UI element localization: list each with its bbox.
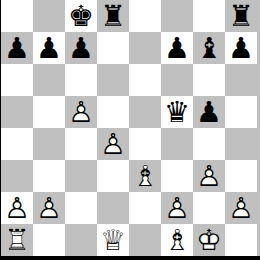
white-bishop[interactable]: ♗ bbox=[161, 224, 193, 256]
square-b1[interactable] bbox=[33, 224, 65, 256]
square-e7[interactable] bbox=[129, 32, 161, 64]
square-e4[interactable] bbox=[129, 128, 161, 160]
square-h3[interactable] bbox=[225, 160, 257, 192]
square-d8[interactable]: ♜ bbox=[97, 0, 129, 32]
square-d2[interactable] bbox=[97, 192, 129, 224]
white-queen-fill: ♛ bbox=[97, 224, 129, 256]
square-a5[interactable] bbox=[1, 96, 33, 128]
white-pawn-fill: ♟ bbox=[97, 128, 129, 160]
square-a2[interactable]: ♟♙ bbox=[1, 192, 33, 224]
square-d6[interactable] bbox=[97, 64, 129, 96]
white-pawn[interactable]: ♙ bbox=[161, 192, 193, 224]
square-h2[interactable]: ♟♙ bbox=[225, 192, 257, 224]
square-f1[interactable]: ♝♗ bbox=[161, 224, 193, 256]
white-pawn[interactable]: ♙ bbox=[33, 192, 65, 224]
square-f2[interactable]: ♟♙ bbox=[161, 192, 193, 224]
square-a7[interactable]: ♟ bbox=[1, 32, 33, 64]
black-queen[interactable]: ♛ bbox=[161, 96, 193, 128]
black-pawn[interactable]: ♟ bbox=[161, 32, 193, 64]
white-bishop[interactable]: ♗ bbox=[129, 160, 161, 192]
square-a4[interactable] bbox=[1, 128, 33, 160]
square-h4[interactable] bbox=[225, 128, 257, 160]
white-pawn-fill: ♟ bbox=[33, 192, 65, 224]
square-g3[interactable]: ♟♙ bbox=[193, 160, 225, 192]
square-g6[interactable] bbox=[193, 64, 225, 96]
square-a6[interactable] bbox=[1, 64, 33, 96]
square-f5[interactable]: ♛ bbox=[161, 96, 193, 128]
square-g4[interactable] bbox=[193, 128, 225, 160]
square-c8[interactable]: ♚ bbox=[65, 0, 97, 32]
chess-board: ♚♜♜♟♟♟♟♝♟♟♙♛♟♟♙♝♗♟♙♟♙♟♙♟♙♟♙♜♖♛♕♝♗♚♔ bbox=[1, 0, 257, 256]
square-b2[interactable]: ♟♙ bbox=[33, 192, 65, 224]
square-e8[interactable] bbox=[129, 0, 161, 32]
white-queen[interactable]: ♕ bbox=[97, 224, 129, 256]
white-pawn[interactable]: ♙ bbox=[193, 160, 225, 192]
square-h8[interactable]: ♜ bbox=[225, 0, 257, 32]
black-rook[interactable]: ♜ bbox=[97, 0, 129, 32]
square-c2[interactable] bbox=[65, 192, 97, 224]
white-pawn-fill: ♟ bbox=[193, 160, 225, 192]
black-king[interactable]: ♚ bbox=[65, 0, 97, 32]
white-bishop-fill: ♝ bbox=[129, 160, 161, 192]
square-d1[interactable]: ♛♕ bbox=[97, 224, 129, 256]
white-king-fill: ♚ bbox=[193, 224, 225, 256]
square-e3[interactable]: ♝♗ bbox=[129, 160, 161, 192]
square-c3[interactable] bbox=[65, 160, 97, 192]
square-c7[interactable]: ♟ bbox=[65, 32, 97, 64]
square-c4[interactable] bbox=[65, 128, 97, 160]
white-bishop-fill: ♝ bbox=[161, 224, 193, 256]
square-g2[interactable] bbox=[193, 192, 225, 224]
square-h6[interactable] bbox=[225, 64, 257, 96]
square-b8[interactable] bbox=[33, 0, 65, 32]
board-right-edge bbox=[257, 0, 260, 256]
white-pawn[interactable]: ♙ bbox=[65, 96, 97, 128]
square-b4[interactable] bbox=[33, 128, 65, 160]
square-b7[interactable]: ♟ bbox=[33, 32, 65, 64]
square-h1[interactable] bbox=[225, 224, 257, 256]
square-d5[interactable] bbox=[97, 96, 129, 128]
square-f8[interactable] bbox=[161, 0, 193, 32]
black-pawn[interactable]: ♟ bbox=[1, 32, 33, 64]
square-d3[interactable] bbox=[97, 160, 129, 192]
black-rook[interactable]: ♜ bbox=[225, 0, 257, 32]
white-king[interactable]: ♔ bbox=[193, 224, 225, 256]
chess-diagram: ♚♜♜♟♟♟♟♝♟♟♙♛♟♟♙♝♗♟♙♟♙♟♙♟♙♟♙♜♖♛♕♝♗♚♔ bbox=[0, 0, 260, 260]
white-pawn-fill: ♟ bbox=[225, 192, 257, 224]
square-b5[interactable] bbox=[33, 96, 65, 128]
white-pawn[interactable]: ♙ bbox=[97, 128, 129, 160]
square-a8[interactable] bbox=[1, 0, 33, 32]
white-rook[interactable]: ♖ bbox=[1, 224, 33, 256]
square-g1[interactable]: ♚♔ bbox=[193, 224, 225, 256]
square-f7[interactable]: ♟ bbox=[161, 32, 193, 64]
square-e2[interactable] bbox=[129, 192, 161, 224]
square-h5[interactable] bbox=[225, 96, 257, 128]
black-pawn[interactable]: ♟ bbox=[33, 32, 65, 64]
white-rook-fill: ♜ bbox=[1, 224, 33, 256]
black-pawn[interactable]: ♟ bbox=[193, 96, 225, 128]
square-e1[interactable] bbox=[129, 224, 161, 256]
square-e5[interactable] bbox=[129, 96, 161, 128]
white-pawn-fill: ♟ bbox=[1, 192, 33, 224]
white-pawn[interactable]: ♙ bbox=[1, 192, 33, 224]
black-bishop[interactable]: ♝ bbox=[193, 32, 225, 64]
square-f4[interactable] bbox=[161, 128, 193, 160]
square-d7[interactable] bbox=[97, 32, 129, 64]
square-a1[interactable]: ♜♖ bbox=[1, 224, 33, 256]
white-pawn-fill: ♟ bbox=[65, 96, 97, 128]
square-c1[interactable] bbox=[65, 224, 97, 256]
square-f3[interactable] bbox=[161, 160, 193, 192]
square-g8[interactable] bbox=[193, 0, 225, 32]
white-pawn[interactable]: ♙ bbox=[225, 192, 257, 224]
black-pawn[interactable]: ♟ bbox=[65, 32, 97, 64]
square-b6[interactable] bbox=[33, 64, 65, 96]
square-e6[interactable] bbox=[129, 64, 161, 96]
square-g7[interactable]: ♝ bbox=[193, 32, 225, 64]
square-h7[interactable]: ♟ bbox=[225, 32, 257, 64]
square-a3[interactable] bbox=[1, 160, 33, 192]
square-c5[interactable]: ♟♙ bbox=[65, 96, 97, 128]
black-pawn[interactable]: ♟ bbox=[225, 32, 257, 64]
square-c6[interactable] bbox=[65, 64, 97, 96]
square-g5[interactable]: ♟ bbox=[193, 96, 225, 128]
square-f6[interactable] bbox=[161, 64, 193, 96]
white-pawn-fill: ♟ bbox=[161, 192, 193, 224]
square-d4[interactable]: ♟♙ bbox=[97, 128, 129, 160]
square-b3[interactable] bbox=[33, 160, 65, 192]
